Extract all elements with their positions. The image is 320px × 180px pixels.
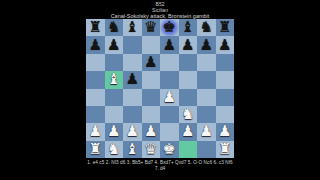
square-e7[interactable]: ♟ [160, 36, 179, 53]
white-rook-icon: ♜ [89, 142, 102, 157]
black-pawn-icon: ♟ [89, 38, 102, 53]
square-h8[interactable]: ♜ [216, 19, 235, 36]
square-h4[interactable] [216, 89, 235, 106]
square-e6[interactable] [160, 54, 179, 71]
square-d2[interactable]: ♟ [142, 123, 161, 140]
black-pawn-icon: ♟ [144, 55, 157, 70]
square-f5[interactable] [179, 71, 198, 88]
square-d7[interactable] [142, 36, 161, 53]
square-g4[interactable] [197, 89, 216, 106]
square-c3[interactable] [123, 106, 142, 123]
black-knight-icon: ♞ [107, 20, 120, 35]
black-pawn-icon: ♟ [107, 38, 120, 53]
white-pawn-icon: ♟ [200, 124, 213, 139]
black-pawn-icon: ♟ [126, 72, 139, 87]
square-d6[interactable]: ♟ [142, 54, 161, 71]
square-b4[interactable] [105, 89, 124, 106]
square-a5[interactable] [86, 71, 105, 88]
square-e8[interactable]: ♚ [160, 19, 179, 36]
move-list: 1. e4 c5 2. Nf3 d6 3. Bb5+ Bd7 4. Bxd7+ … [0, 160, 320, 171]
video-frame: B52 Sicilian Canal-Sokolsky attack, Bron… [0, 0, 320, 180]
square-f8[interactable]: ♝ [179, 19, 198, 36]
square-f6[interactable] [179, 54, 198, 71]
square-a2[interactable]: ♟ [86, 123, 105, 140]
white-pawn-icon: ♟ [218, 124, 231, 139]
square-b7[interactable]: ♟ [105, 36, 124, 53]
square-g3[interactable] [197, 106, 216, 123]
white-pawn-icon: ♟ [144, 124, 157, 139]
square-b3[interactable] [105, 106, 124, 123]
square-f2[interactable]: ♟ [179, 123, 198, 140]
square-a6[interactable] [86, 54, 105, 71]
black-queen-icon: ♛ [144, 20, 157, 35]
square-e3[interactable] [160, 106, 179, 123]
square-e4[interactable]: ♟ [160, 89, 179, 106]
white-knight-icon: ♞ [181, 107, 194, 122]
square-c1[interactable]: ♝ [123, 141, 142, 158]
square-d5[interactable] [142, 71, 161, 88]
black-king-icon: ♚ [163, 20, 176, 35]
square-d3[interactable] [142, 106, 161, 123]
square-a8[interactable]: ♜ [86, 19, 105, 36]
square-h7[interactable]: ♟ [216, 36, 235, 53]
square-e5[interactable] [160, 71, 179, 88]
square-a1[interactable]: ♜ [86, 141, 105, 158]
square-g8[interactable]: ♞ [197, 19, 216, 36]
opening-title: B52 Sicilian Canal-Sokolsky attack, Bron… [0, 1, 320, 19]
black-rook-icon: ♜ [218, 20, 231, 35]
white-bishop-icon: ♝ [107, 72, 120, 87]
square-b2[interactable]: ♟ [105, 123, 124, 140]
black-pawn-icon: ♟ [163, 38, 176, 53]
square-g2[interactable]: ♟ [197, 123, 216, 140]
white-pawn-icon: ♟ [126, 124, 139, 139]
square-h5[interactable] [216, 71, 235, 88]
square-g7[interactable]: ♟ [197, 36, 216, 53]
black-bishop-icon: ♝ [126, 20, 139, 35]
black-knight-icon: ♞ [200, 20, 213, 35]
white-bishop-icon: ♝ [126, 142, 139, 157]
square-c6[interactable] [123, 54, 142, 71]
black-pawn-icon: ♟ [200, 38, 213, 53]
square-a7[interactable]: ♟ [86, 36, 105, 53]
square-c2[interactable]: ♟ [123, 123, 142, 140]
square-f7[interactable]: ♟ [179, 36, 198, 53]
square-c5[interactable]: ♟ [123, 71, 142, 88]
white-queen-icon: ♛ [144, 142, 157, 157]
white-knight-icon: ♞ [107, 142, 120, 157]
black-rook-icon: ♜ [89, 20, 102, 35]
square-h3[interactable] [216, 106, 235, 123]
chess-board: ♜♞♝♛♚♝♞♜♟♟♟♟♟♟♟♝♟♟♞♟♟♟♟♟♟♟♜♞♝♛♚♜ [86, 19, 234, 158]
square-e1[interactable]: ♚ [160, 141, 179, 158]
square-h1[interactable]: ♜ [216, 141, 235, 158]
square-b1[interactable]: ♞ [105, 141, 124, 158]
square-g6[interactable] [197, 54, 216, 71]
square-f4[interactable] [179, 89, 198, 106]
black-pawn-icon: ♟ [218, 38, 231, 53]
square-a4[interactable] [86, 89, 105, 106]
moves-line-2: 7. d4 [0, 166, 320, 172]
square-c7[interactable] [123, 36, 142, 53]
square-f3[interactable]: ♞ [179, 106, 198, 123]
square-a3[interactable] [86, 106, 105, 123]
square-d4[interactable] [142, 89, 161, 106]
square-g1[interactable] [197, 141, 216, 158]
square-c8[interactable]: ♝ [123, 19, 142, 36]
square-b8[interactable]: ♞ [105, 19, 124, 36]
square-b6[interactable] [105, 54, 124, 71]
square-d1[interactable]: ♛ [142, 141, 161, 158]
square-d8[interactable]: ♛ [142, 19, 161, 36]
square-f1[interactable] [179, 141, 198, 158]
white-king-icon: ♚ [163, 142, 176, 157]
white-pawn-icon: ♟ [181, 124, 194, 139]
black-pawn-icon: ♟ [181, 38, 194, 53]
white-rook-icon: ♜ [218, 142, 231, 157]
white-pawn-icon: ♟ [163, 90, 176, 105]
square-c4[interactable] [123, 89, 142, 106]
white-pawn-icon: ♟ [89, 124, 102, 139]
black-bishop-icon: ♝ [181, 20, 194, 35]
square-e2[interactable] [160, 123, 179, 140]
square-b5[interactable]: ♝ [105, 71, 124, 88]
square-g5[interactable] [197, 71, 216, 88]
white-pawn-icon: ♟ [107, 124, 120, 139]
square-h2[interactable]: ♟ [216, 123, 235, 140]
square-h6[interactable] [216, 54, 235, 71]
